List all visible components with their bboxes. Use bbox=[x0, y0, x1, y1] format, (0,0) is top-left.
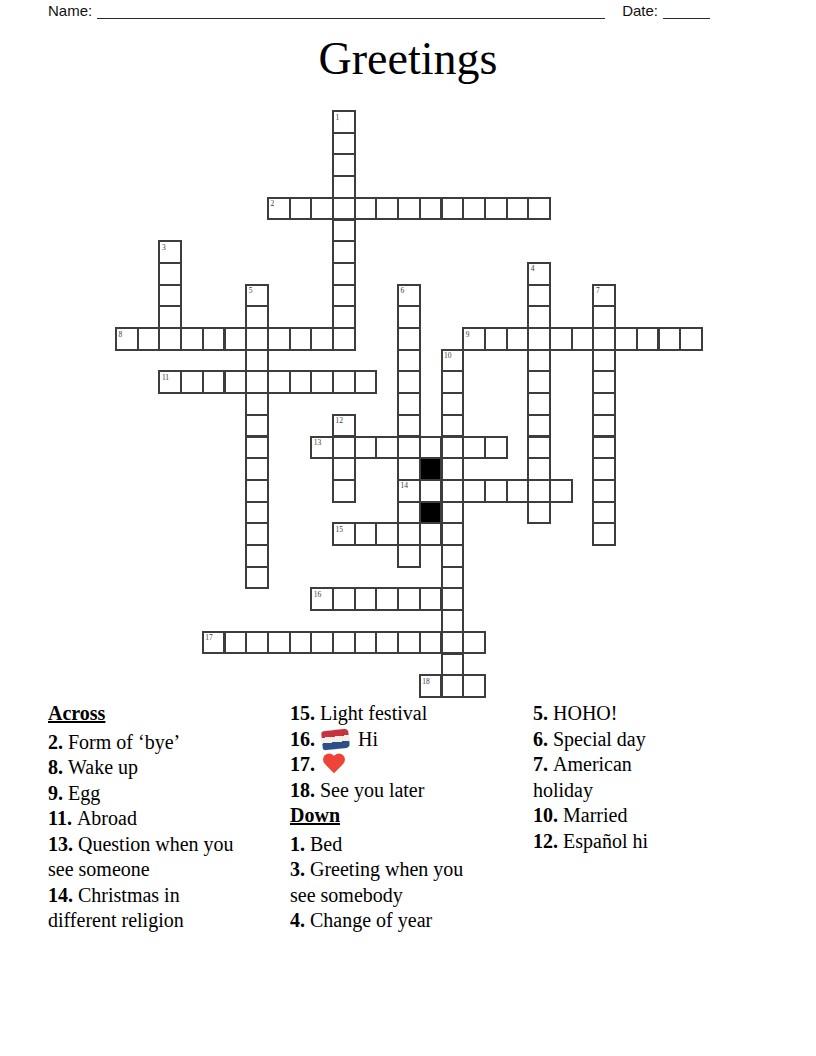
grid-cell[interactable] bbox=[592, 457, 616, 481]
clue-item-8: 8. Wake up bbox=[48, 755, 244, 781]
puzzle-title: Greetings bbox=[0, 33, 816, 85]
grid-cell[interactable] bbox=[462, 631, 486, 655]
clue-item-18: 18. See you later bbox=[290, 778, 478, 804]
grid-cell[interactable] bbox=[397, 349, 421, 373]
grid-cell[interactable] bbox=[506, 479, 530, 503]
grid-cell[interactable] bbox=[375, 631, 399, 655]
grid-cell[interactable] bbox=[397, 327, 421, 351]
name-blank-line[interactable] bbox=[97, 3, 605, 19]
clue-item-10: 10. Married bbox=[533, 803, 683, 829]
grid-cell[interactable] bbox=[332, 305, 356, 329]
grid-cell[interactable] bbox=[397, 197, 421, 221]
grid-cell[interactable] bbox=[441, 653, 465, 677]
grid-cell[interactable] bbox=[527, 414, 551, 438]
clue-item-15: 15. Light festival bbox=[290, 701, 478, 727]
grid-cell[interactable] bbox=[224, 327, 248, 351]
grid-cell[interactable] bbox=[397, 284, 421, 308]
grid-cell[interactable] bbox=[158, 370, 182, 394]
grid-cell[interactable] bbox=[202, 631, 226, 655]
grid-cell[interactable] bbox=[245, 370, 269, 394]
grid-cell[interactable] bbox=[180, 327, 204, 351]
grid-cell[interactable] bbox=[289, 631, 313, 655]
grid-cell[interactable] bbox=[527, 457, 551, 481]
grid-cell[interactable] bbox=[289, 370, 313, 394]
grid-cell[interactable] bbox=[375, 436, 399, 460]
grid-cell[interactable] bbox=[441, 566, 465, 590]
grid-cell[interactable] bbox=[441, 457, 465, 481]
grid-cell[interactable] bbox=[137, 327, 161, 351]
grid-cell[interactable] bbox=[419, 197, 443, 221]
grid-cell[interactable] bbox=[592, 327, 616, 351]
grid-cell[interactable] bbox=[245, 522, 269, 546]
worksheet-page: Name: Date: Greetings 123456789101112131… bbox=[0, 0, 816, 1056]
grid-cell[interactable] bbox=[245, 305, 269, 329]
grid-cell[interactable] bbox=[397, 392, 421, 416]
grid-cell[interactable] bbox=[419, 479, 443, 503]
grid-cell[interactable] bbox=[332, 414, 356, 438]
grid-cell[interactable] bbox=[245, 392, 269, 416]
grid-cell[interactable] bbox=[310, 631, 334, 655]
grid-cell[interactable] bbox=[527, 305, 551, 329]
grid-cell[interactable] bbox=[419, 436, 443, 460]
grid-cell[interactable] bbox=[397, 587, 421, 611]
grid-cell[interactable] bbox=[592, 305, 616, 329]
grid-cell[interactable] bbox=[245, 349, 269, 373]
grid-cell[interactable] bbox=[375, 522, 399, 546]
grid-cell[interactable] bbox=[441, 501, 465, 525]
grid-cell[interactable] bbox=[636, 327, 660, 351]
grid-cell[interactable] bbox=[441, 631, 465, 655]
grid-cell[interactable] bbox=[419, 674, 443, 698]
grid-cell[interactable] bbox=[202, 370, 226, 394]
grid-cell[interactable] bbox=[158, 262, 182, 286]
grid-cell[interactable] bbox=[592, 284, 616, 308]
grid-cell[interactable] bbox=[484, 197, 508, 221]
grid-cell[interactable] bbox=[397, 436, 421, 460]
name-label: Name: bbox=[48, 2, 92, 19]
grid-cell[interactable] bbox=[397, 414, 421, 438]
grid-cell[interactable] bbox=[441, 392, 465, 416]
grid-cell[interactable] bbox=[397, 370, 421, 394]
grid-cell[interactable] bbox=[506, 197, 530, 221]
netherlands-flag-icon bbox=[321, 728, 350, 750]
black-cell bbox=[419, 501, 443, 525]
grid-cell[interactable] bbox=[180, 370, 204, 394]
grid-cell[interactable] bbox=[397, 522, 421, 546]
clue-item-6: 6. Special day bbox=[533, 727, 683, 753]
grid-cell[interactable] bbox=[332, 197, 356, 221]
grid-cell[interactable] bbox=[245, 327, 269, 351]
grid-cell[interactable] bbox=[397, 544, 421, 568]
clue-item-4: 4. Change of year bbox=[290, 908, 478, 934]
grid-cell[interactable] bbox=[592, 349, 616, 373]
clue-heading-down: Down bbox=[290, 803, 478, 829]
grid-cell[interactable] bbox=[158, 284, 182, 308]
grid-cell[interactable] bbox=[441, 349, 465, 373]
grid-cell[interactable] bbox=[245, 414, 269, 438]
grid-cell[interactable] bbox=[224, 370, 248, 394]
grid-cell[interactable] bbox=[332, 436, 356, 460]
grid-cell[interactable] bbox=[527, 262, 551, 286]
grid-cell[interactable] bbox=[441, 479, 465, 503]
grid-cell[interactable] bbox=[592, 501, 616, 525]
grid-cell[interactable] bbox=[267, 631, 291, 655]
grid-cell[interactable] bbox=[527, 370, 551, 394]
grid-cell[interactable] bbox=[224, 631, 248, 655]
grid-cell[interactable] bbox=[332, 370, 356, 394]
grid-cell[interactable] bbox=[158, 327, 182, 351]
date-label: Date: bbox=[622, 2, 658, 19]
grid-cell[interactable] bbox=[658, 327, 682, 351]
grid-cell[interactable] bbox=[397, 501, 421, 525]
grid-cell[interactable] bbox=[332, 240, 356, 264]
grid-cell[interactable] bbox=[332, 457, 356, 481]
grid-cell[interactable] bbox=[441, 370, 465, 394]
grid-cell[interactable] bbox=[332, 110, 356, 134]
grid-cell[interactable] bbox=[354, 197, 378, 221]
grid-cell[interactable] bbox=[484, 436, 508, 460]
grid-cell[interactable] bbox=[354, 436, 378, 460]
grid-cell[interactable] bbox=[267, 370, 291, 394]
grid-cell[interactable] bbox=[527, 327, 551, 351]
grid-cell[interactable] bbox=[441, 197, 465, 221]
grid-cell[interactable] bbox=[332, 327, 356, 351]
grid-cell[interactable] bbox=[441, 674, 465, 698]
grid-cell[interactable] bbox=[202, 327, 226, 351]
grid-cell[interactable] bbox=[245, 436, 269, 460]
grid-cell[interactable] bbox=[592, 392, 616, 416]
clue-item-11: 11. Abroad bbox=[48, 806, 244, 832]
grid-cell[interactable] bbox=[375, 587, 399, 611]
black-cell bbox=[419, 457, 443, 481]
grid-cell[interactable] bbox=[354, 631, 378, 655]
grid-cell[interactable] bbox=[462, 479, 486, 503]
clue-item-2: 2. Form of ‘bye’ bbox=[48, 730, 244, 756]
grid-cell[interactable] bbox=[614, 327, 638, 351]
grid-cell[interactable] bbox=[245, 544, 269, 568]
grid-cell[interactable] bbox=[267, 327, 291, 351]
grid-cell[interactable] bbox=[441, 587, 465, 611]
clue-item-3: 3. Greeting when you see somebody bbox=[290, 857, 478, 908]
date-blank-line[interactable] bbox=[663, 3, 710, 19]
grid-cell[interactable] bbox=[592, 370, 616, 394]
grid-cell[interactable] bbox=[462, 436, 486, 460]
grid-cell[interactable] bbox=[245, 284, 269, 308]
grid-cell[interactable] bbox=[397, 457, 421, 481]
grid-cell[interactable] bbox=[441, 544, 465, 568]
grid-cell[interactable] bbox=[245, 501, 269, 525]
grid-cell[interactable] bbox=[679, 327, 703, 351]
grid-cell[interactable] bbox=[397, 305, 421, 329]
grid-cell[interactable] bbox=[158, 305, 182, 329]
grid-cell[interactable] bbox=[419, 587, 443, 611]
clue-item-7: 7. American holiday bbox=[533, 752, 683, 803]
grid-cell[interactable] bbox=[462, 674, 486, 698]
clue-item-16: 16. Hi bbox=[290, 727, 478, 753]
grid-cell[interactable] bbox=[592, 479, 616, 503]
clue-item-17: 17. bbox=[290, 752, 478, 778]
grid-cell[interactable] bbox=[289, 327, 313, 351]
grid-cell[interactable] bbox=[158, 240, 182, 264]
grid-cell[interactable] bbox=[441, 436, 465, 460]
grid-cell[interactable] bbox=[527, 349, 551, 373]
grid-cell[interactable] bbox=[332, 284, 356, 308]
grid-cell[interactable] bbox=[245, 566, 269, 590]
grid-cell[interactable] bbox=[592, 414, 616, 438]
clue-item-12: 12. Español hi bbox=[533, 829, 683, 855]
grid-cell[interactable] bbox=[462, 327, 486, 351]
grid-cell[interactable] bbox=[592, 522, 616, 546]
worksheet-header: Name: Date: bbox=[48, 1, 713, 19]
grid-cell[interactable] bbox=[245, 479, 269, 503]
grid-cell[interactable] bbox=[549, 327, 573, 351]
grid-cell[interactable] bbox=[310, 370, 334, 394]
grid-cell[interactable] bbox=[332, 631, 356, 655]
clue-column-2: 15. Light festival16. Hi17. 18. See you … bbox=[290, 701, 478, 934]
grid-cell[interactable] bbox=[419, 631, 443, 655]
grid-cell[interactable] bbox=[310, 436, 334, 460]
grid-cell[interactable] bbox=[527, 436, 551, 460]
grid-cell[interactable] bbox=[527, 501, 551, 525]
grid-cell[interactable] bbox=[441, 414, 465, 438]
clue-item-5: 5. HOHO! bbox=[533, 701, 683, 727]
grid-cell[interactable] bbox=[245, 457, 269, 481]
clue-item-13: 13. Question when you see someone bbox=[48, 832, 244, 883]
grid-cell[interactable] bbox=[332, 132, 356, 156]
clue-item-14: 14. Christmas in different religion bbox=[48, 883, 244, 934]
clue-column-1: Across2. Form of ‘bye’8. Wake up9. Egg11… bbox=[48, 701, 244, 934]
grid-cell[interactable] bbox=[419, 522, 443, 546]
grid-cell[interactable] bbox=[289, 197, 313, 221]
grid-cell[interactable] bbox=[462, 197, 486, 221]
grid-cell[interactable] bbox=[354, 587, 378, 611]
grid-cell[interactable] bbox=[549, 479, 573, 503]
grid-cell[interactable] bbox=[354, 370, 378, 394]
grid-cell[interactable] bbox=[332, 587, 356, 611]
grid-cell[interactable] bbox=[267, 197, 291, 221]
grid-cell[interactable] bbox=[592, 436, 616, 460]
clue-heading-across: Across bbox=[48, 701, 244, 727]
crossword-grid: 123456789101112131415161718 bbox=[115, 110, 705, 700]
grid-cell[interactable] bbox=[527, 479, 551, 503]
grid-cell[interactable] bbox=[310, 587, 334, 611]
grid-cell[interactable] bbox=[332, 522, 356, 546]
grid-cell[interactable] bbox=[484, 327, 508, 351]
grid-cell[interactable] bbox=[310, 327, 334, 351]
grid-cell[interactable] bbox=[375, 197, 399, 221]
grid-cell[interactable] bbox=[527, 197, 551, 221]
grid-cell[interactable] bbox=[245, 631, 269, 655]
grid-cell[interactable] bbox=[332, 262, 356, 286]
red-heart-icon bbox=[322, 754, 346, 774]
grid-cell[interactable] bbox=[332, 175, 356, 199]
grid-cell[interactable] bbox=[441, 609, 465, 633]
grid-cell[interactable] bbox=[527, 284, 551, 308]
grid-cell[interactable] bbox=[506, 327, 530, 351]
grid-cell[interactable] bbox=[571, 327, 595, 351]
grid-cell[interactable] bbox=[527, 392, 551, 416]
grid-cell[interactable] bbox=[484, 479, 508, 503]
grid-cell[interactable] bbox=[441, 522, 465, 546]
grid-cell[interactable] bbox=[332, 479, 356, 503]
grid-cell[interactable] bbox=[397, 631, 421, 655]
clue-item-1: 1. Bed bbox=[290, 832, 478, 858]
grid-cell[interactable] bbox=[354, 522, 378, 546]
clue-column-3: 5. HOHO!6. Special day7. American holida… bbox=[533, 701, 683, 854]
grid-cell[interactable] bbox=[310, 197, 334, 221]
grid-cell[interactable] bbox=[332, 219, 356, 243]
grid-cell[interactable] bbox=[332, 153, 356, 177]
grid-cell[interactable] bbox=[115, 327, 139, 351]
grid-cell[interactable] bbox=[397, 479, 421, 503]
clue-item-9: 9. Egg bbox=[48, 781, 244, 807]
